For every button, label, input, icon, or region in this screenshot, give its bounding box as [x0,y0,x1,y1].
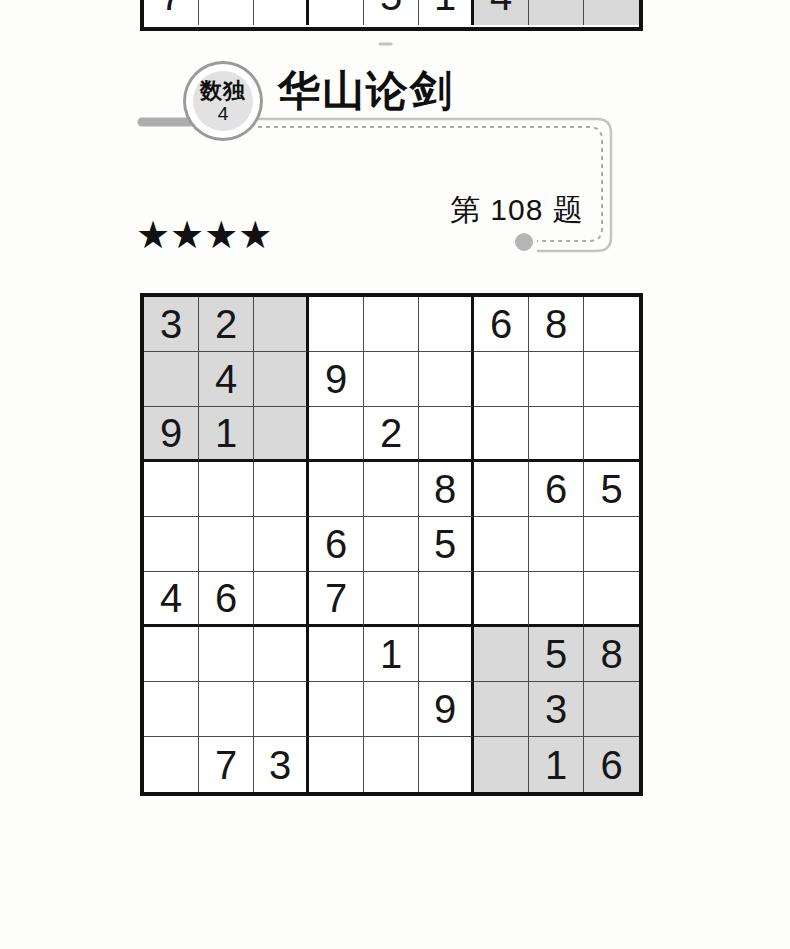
sudoku-cell-r2c3 [254,352,309,407]
sudoku-cell-r3c8 [529,407,584,462]
sudoku-cell-r3c6 [419,407,474,462]
sudoku-cell-r7c1 [144,627,199,682]
sudoku-cell-r5c7 [474,517,529,572]
badge-name: 数独 [200,80,246,102]
frame-end-dot [515,233,533,251]
sudoku-cell-r1c2: 2 [199,297,254,352]
sudoku-cell-r3c4 [309,407,364,462]
badge-face: 数独 4 [193,71,253,131]
sudoku-cell-r2c1 [144,352,199,407]
sudoku-cell-r2c6 [419,352,474,407]
sudoku-cell-r3c9 [584,407,639,462]
frame-solid-line [258,119,611,251]
sudoku-cell-r8c6: 9 [419,682,474,737]
sudoku-cell-r6c5 [364,572,419,627]
sudoku-level-badge: 数独 4 [183,61,263,141]
sudoku-cell-r3c3 [254,407,309,462]
sudoku-cell-r7c8: 5 [529,627,584,682]
sudoku-cell-r8c1 [144,682,199,737]
sudoku-cell-r5c8 [529,517,584,572]
previous-puzzle-cell-c5: 5 [364,0,419,25]
sudoku-cell-r2c5 [364,352,419,407]
previous-puzzle-cell-c4 [309,0,364,25]
sudoku-cell-r1c8: 8 [529,297,584,352]
sudoku-cell-r2c2: 4 [199,352,254,407]
sudoku-cell-r8c5 [364,682,419,737]
sudoku-cell-r6c2: 6 [199,572,254,627]
sudoku-cell-r5c3 [254,517,309,572]
sudoku-cell-r1c5 [364,297,419,352]
sudoku-cell-r8c8: 3 [529,682,584,737]
problem-number-label: 第 108 题 [450,192,584,228]
previous-puzzle-cell-c8 [529,0,584,25]
sudoku-cell-r4c8: 6 [529,462,584,517]
sudoku-cell-r1c1: 3 [144,297,199,352]
badge-ring-gap: 数独 4 [186,64,260,138]
sudoku-cell-r9c4 [309,737,364,792]
sudoku-cell-r7c9: 8 [584,627,639,682]
sudoku-cell-r4c5 [364,462,419,517]
sudoku-cell-r3c7 [474,407,529,462]
sudoku-cell-r1c7: 6 [474,297,529,352]
sudoku-cell-r1c4 [309,297,364,352]
sudoku-cell-r8c9 [584,682,639,737]
sudoku-cell-r4c9: 5 [584,462,639,517]
sudoku-cell-r5c6: 5 [419,517,474,572]
sudoku-cell-r9c6 [419,737,474,792]
sudoku-cell-r9c8: 1 [529,737,584,792]
sudoku-board: 32684991286565467158937316 [140,293,643,796]
difficulty-stars: ★★★★ [136,216,272,254]
sudoku-cell-r6c4: 7 [309,572,364,627]
sudoku-cell-r7c7 [474,627,529,682]
sudoku-cell-r1c6 [419,297,474,352]
sudoku-cell-r4c7 [474,462,529,517]
sudoku-cell-r6c9 [584,572,639,627]
sudoku-cell-r7c4 [309,627,364,682]
sudoku-cell-r2c4: 9 [309,352,364,407]
previous-puzzle-cell-c9 [584,0,639,25]
sudoku-cell-r5c4: 6 [309,517,364,572]
sudoku-cell-r5c2 [199,517,254,572]
previous-puzzle-partial-grid: 7514 [140,0,643,31]
sudoku-cell-r6c3 [254,572,309,627]
sudoku-cell-r2c9 [584,352,639,407]
previous-puzzle-cell-c2 [199,0,254,25]
sudoku-cell-r4c4 [309,462,364,517]
sudoku-cell-r7c5: 1 [364,627,419,682]
sudoku-cell-r9c1 [144,737,199,792]
sudoku-cell-r9c7 [474,737,529,792]
sudoku-cell-r5c1 [144,517,199,572]
sudoku-cell-r6c7 [474,572,529,627]
sudoku-cell-r3c2: 1 [199,407,254,462]
sudoku-cell-r4c6: 8 [419,462,474,517]
sudoku-cell-r4c1 [144,462,199,517]
sudoku-cell-r3c5: 2 [364,407,419,462]
sudoku-cell-r9c2: 7 [199,737,254,792]
sudoku-cell-r8c2 [199,682,254,737]
sudoku-cell-r8c4 [309,682,364,737]
sudoku-cell-r1c3 [254,297,309,352]
sudoku-cell-r7c3 [254,627,309,682]
sudoku-cell-r8c7 [474,682,529,737]
previous-puzzle-cell-c6: 1 [419,0,474,25]
sudoku-cell-r9c9: 6 [584,737,639,792]
page-title: 华山论剑 [278,70,454,112]
sudoku-cell-r6c8 [529,572,584,627]
sudoku-cell-r3c1: 9 [144,407,199,462]
sudoku-cell-r8c3 [254,682,309,737]
sudoku-cell-r6c6 [419,572,474,627]
previous-puzzle-row: 7514 [144,0,639,25]
sudoku-cell-r2c7 [474,352,529,407]
sudoku-cell-r5c5 [364,517,419,572]
sudoku-cell-r7c6 [419,627,474,682]
badge-level-number: 4 [218,104,229,123]
sudoku-cell-r9c5 [364,737,419,792]
sudoku-cell-r4c3 [254,462,309,517]
previous-puzzle-cell-c1: 7 [144,0,199,25]
sudoku-cell-r6c1: 4 [144,572,199,627]
sudoku-cell-r7c2 [199,627,254,682]
sudoku-cell-r4c2 [199,462,254,517]
previous-puzzle-cell-c7: 4 [474,0,529,25]
sudoku-cell-r1c9 [584,297,639,352]
sudoku-cell-r9c3: 3 [254,737,309,792]
sudoku-cell-r5c9 [584,517,639,572]
previous-puzzle-cell-c3 [254,0,309,25]
sudoku-cell-r2c8 [529,352,584,407]
